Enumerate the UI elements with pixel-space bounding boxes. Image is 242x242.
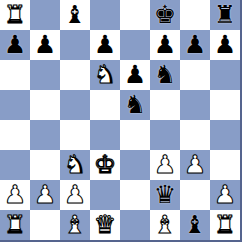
square-h7[interactable]: ♟ [210, 30, 240, 60]
square-f2[interactable]: ♛ [150, 180, 180, 210]
white-knight: ♞ [94, 60, 116, 90]
square-d7[interactable]: ♟ [90, 30, 120, 60]
square-e1[interactable] [120, 210, 150, 240]
square-h1[interactable]: ♜ [210, 210, 240, 240]
square-c3[interactable]: ♞ [60, 150, 90, 180]
square-f6[interactable]: ♞ [150, 60, 180, 90]
white-king: ♚ [94, 150, 116, 180]
white-pawn: ♟ [184, 150, 206, 180]
square-f7[interactable]: ♟ [150, 30, 180, 60]
square-h3[interactable] [210, 150, 240, 180]
square-h4[interactable] [210, 120, 240, 150]
black-pawn: ♟ [94, 30, 116, 60]
square-b3[interactable] [30, 150, 60, 180]
square-e6[interactable]: ♟ [120, 60, 150, 90]
square-a6[interactable] [0, 60, 30, 90]
black-bishop: ♝ [184, 210, 206, 240]
square-e2[interactable] [120, 180, 150, 210]
square-c2[interactable]: ♟ [60, 180, 90, 210]
chess-board: ♜♝♚♜♟♟♟♟♟♟♞♟♞♞♞♚♟♟♟♟♟♛♟♜♝♛♝♝♜ [0, 0, 242, 242]
square-g1[interactable]: ♝ [180, 210, 210, 240]
square-c6[interactable] [60, 60, 90, 90]
square-a5[interactable] [0, 90, 30, 120]
square-d6[interactable]: ♞ [90, 60, 120, 90]
square-d5[interactable] [90, 90, 120, 120]
square-c4[interactable] [60, 120, 90, 150]
square-e5[interactable]: ♞ [120, 90, 150, 120]
square-e4[interactable] [120, 120, 150, 150]
square-c8[interactable]: ♝ [60, 0, 90, 30]
square-a7[interactable]: ♟ [0, 30, 30, 60]
square-f1[interactable]: ♝ [150, 210, 180, 240]
square-a4[interactable] [0, 120, 30, 150]
square-a3[interactable] [0, 150, 30, 180]
black-rook: ♜ [214, 0, 236, 30]
square-d8[interactable] [90, 0, 120, 30]
black-bishop: ♝ [64, 0, 86, 30]
white-pawn: ♟ [214, 180, 236, 210]
square-f8[interactable]: ♚ [150, 0, 180, 30]
black-pawn: ♟ [214, 30, 236, 60]
black-pawn: ♟ [34, 30, 56, 60]
square-g6[interactable] [180, 60, 210, 90]
black-pawn: ♟ [184, 30, 206, 60]
black-knight: ♞ [154, 60, 176, 90]
square-d2[interactable] [90, 180, 120, 210]
black-pawn: ♟ [154, 30, 176, 60]
square-h5[interactable] [210, 90, 240, 120]
white-pawn: ♟ [4, 180, 26, 210]
white-rook: ♜ [214, 210, 236, 240]
white-pawn: ♟ [64, 180, 86, 210]
black-queen: ♛ [154, 180, 176, 210]
white-queen: ♛ [94, 210, 116, 240]
white-bishop: ♝ [64, 210, 86, 240]
square-g4[interactable] [180, 120, 210, 150]
square-h2[interactable]: ♟ [210, 180, 240, 210]
white-rook: ♜ [4, 210, 26, 240]
square-d4[interactable] [90, 120, 120, 150]
square-b8[interactable] [30, 0, 60, 30]
square-g5[interactable] [180, 90, 210, 120]
square-b5[interactable] [30, 90, 60, 120]
white-pawn: ♟ [154, 150, 176, 180]
square-e3[interactable] [120, 150, 150, 180]
square-h6[interactable] [210, 60, 240, 90]
square-e7[interactable] [120, 30, 150, 60]
square-g3[interactable]: ♟ [180, 150, 210, 180]
square-g7[interactable]: ♟ [180, 30, 210, 60]
square-h8[interactable]: ♜ [210, 0, 240, 30]
square-b2[interactable]: ♟ [30, 180, 60, 210]
white-knight: ♞ [64, 150, 86, 180]
square-a1[interactable]: ♜ [0, 210, 30, 240]
black-pawn: ♟ [124, 60, 146, 90]
square-d1[interactable]: ♛ [90, 210, 120, 240]
square-b6[interactable] [30, 60, 60, 90]
square-a8[interactable]: ♜ [0, 0, 30, 30]
white-bishop: ♝ [154, 210, 176, 240]
square-g2[interactable] [180, 180, 210, 210]
square-f3[interactable]: ♟ [150, 150, 180, 180]
square-c7[interactable] [60, 30, 90, 60]
square-c5[interactable] [60, 90, 90, 120]
black-pawn: ♟ [4, 30, 26, 60]
white-pawn: ♟ [34, 180, 56, 210]
square-f4[interactable] [150, 120, 180, 150]
square-g8[interactable] [180, 0, 210, 30]
white-rook: ♜ [4, 0, 26, 30]
square-d3[interactable]: ♚ [90, 150, 120, 180]
square-b4[interactable] [30, 120, 60, 150]
black-king: ♚ [154, 0, 176, 30]
square-b1[interactable] [30, 210, 60, 240]
square-f5[interactable] [150, 90, 180, 120]
square-c1[interactable]: ♝ [60, 210, 90, 240]
square-b7[interactable]: ♟ [30, 30, 60, 60]
square-a2[interactable]: ♟ [0, 180, 30, 210]
square-e8[interactable] [120, 0, 150, 30]
black-knight: ♞ [124, 90, 146, 120]
